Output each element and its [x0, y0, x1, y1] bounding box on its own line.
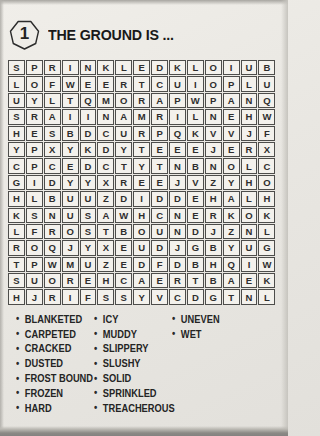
- word-label: SPRINKLED: [103, 388, 157, 399]
- grid-cell[interactable]: S: [8, 109, 25, 124]
- grid-cell[interactable]: D: [151, 60, 168, 75]
- grid-cell[interactable]: U: [26, 273, 43, 288]
- grid-cell[interactable]: E: [223, 109, 240, 124]
- grid-cell[interactable]: J: [205, 224, 222, 239]
- grid-cell[interactable]: D: [187, 224, 204, 239]
- photo-edge-left: [0, 0, 4, 436]
- word-item: •DUSTED: [16, 356, 93, 371]
- word-item: •SLUSHY: [94, 356, 175, 371]
- grid-cell[interactable]: O: [62, 224, 79, 239]
- grid-cell[interactable]: Y: [80, 240, 97, 255]
- grid-cell[interactable]: T: [115, 158, 132, 173]
- grid-cell[interactable]: W: [44, 257, 61, 272]
- grid-cell[interactable]: E: [115, 240, 132, 255]
- grid-cell[interactable]: S: [8, 60, 25, 75]
- grid-cell[interactable]: A: [223, 93, 240, 108]
- word-label: HARD: [25, 403, 52, 414]
- word-item: •WET: [172, 327, 220, 342]
- grid-cell[interactable]: L: [8, 76, 25, 91]
- grid-cell[interactable]: N: [241, 224, 258, 239]
- grid-cell[interactable]: U: [151, 224, 168, 239]
- grid-cell[interactable]: R: [44, 289, 61, 304]
- grid-cell[interactable]: R: [44, 224, 61, 239]
- grid-cell[interactable]: H: [205, 191, 222, 206]
- word-label: FROZEN: [25, 388, 63, 399]
- grid-cell[interactable]: N: [97, 109, 114, 124]
- grid-cell[interactable]: V: [187, 175, 204, 190]
- grid-cell[interactable]: F: [26, 224, 43, 239]
- grid-cell[interactable]: N: [205, 158, 222, 173]
- grid-cell[interactable]: R: [133, 93, 150, 108]
- grid-cell[interactable]: N: [241, 93, 258, 108]
- word-label: CARPETED: [25, 329, 76, 340]
- grid-cell[interactable]: P: [26, 257, 43, 272]
- grid-cell[interactable]: O: [205, 76, 222, 91]
- grid-cell[interactable]: Q: [223, 257, 240, 272]
- grid-cell[interactable]: S: [80, 224, 97, 239]
- grid-cell[interactable]: N: [241, 289, 258, 304]
- grid-cell[interactable]: L: [187, 60, 204, 75]
- grid-cell[interactable]: K: [80, 142, 97, 157]
- grid-cell[interactable]: N: [205, 109, 222, 124]
- grid-cell[interactable]: G: [258, 240, 275, 255]
- grid-cell[interactable]: D: [151, 191, 168, 206]
- grid-cell[interactable]: B: [205, 240, 222, 255]
- grid-cell[interactable]: I: [62, 60, 79, 75]
- word-item: •CRACKED: [16, 342, 93, 357]
- grid-cell[interactable]: D: [169, 191, 186, 206]
- grid-cell[interactable]: E: [62, 158, 79, 173]
- grid-cell[interactable]: O: [26, 240, 43, 255]
- grid-cell[interactable]: P: [151, 126, 168, 141]
- grid-cell[interactable]: W: [115, 208, 132, 223]
- word-label: SLIPPERY: [103, 343, 149, 354]
- grid-cell[interactable]: D: [44, 175, 61, 190]
- grid-cell[interactable]: N: [169, 224, 186, 239]
- grid-cell[interactable]: C: [169, 289, 186, 304]
- grid-cell[interactable]: J: [169, 175, 186, 190]
- grid-cell[interactable]: D: [97, 142, 114, 157]
- grid-cell[interactable]: R: [44, 60, 61, 75]
- grid-cell[interactable]: I: [223, 60, 240, 75]
- grid-cell[interactable]: C: [97, 126, 114, 141]
- grid-cell[interactable]: M: [62, 257, 79, 272]
- grid-cell[interactable]: N: [169, 158, 186, 173]
- grid-cell[interactable]: R: [241, 142, 258, 157]
- grid-cell[interactable]: P: [26, 142, 43, 157]
- grid-cell[interactable]: A: [97, 208, 114, 223]
- grid-cell[interactable]: A: [223, 273, 240, 288]
- grid-cell[interactable]: I: [241, 257, 258, 272]
- grid-cell[interactable]: A: [223, 191, 240, 206]
- grid-cell[interactable]: U: [241, 60, 258, 75]
- photo-edge-top: [0, 0, 288, 5]
- grid-cell[interactable]: L: [44, 93, 61, 108]
- grid-cell[interactable]: B: [187, 257, 204, 272]
- word-item: •FROST BOUND: [16, 371, 93, 386]
- grid-cell[interactable]: P: [169, 93, 186, 108]
- grid-cell[interactable]: Y: [80, 175, 97, 190]
- grid-cell[interactable]: A: [133, 273, 150, 288]
- grid-cell[interactable]: T: [187, 273, 204, 288]
- grid-cell[interactable]: D: [151, 240, 168, 255]
- grid-cell[interactable]: E: [26, 126, 43, 141]
- grid-cell[interactable]: I: [133, 191, 150, 206]
- grid-cell[interactable]: Y: [133, 289, 150, 304]
- grid-cell[interactable]: D: [80, 158, 97, 173]
- grid-cell[interactable]: T: [8, 257, 25, 272]
- grid-cell[interactable]: G: [205, 289, 222, 304]
- grid-cell[interactable]: J: [26, 289, 43, 304]
- grid-cell[interactable]: E: [169, 142, 186, 157]
- grid-cell[interactable]: D: [169, 257, 186, 272]
- grid-cell[interactable]: T: [97, 224, 114, 239]
- grid-cell[interactable]: E: [80, 273, 97, 288]
- grid-cell[interactable]: T: [133, 142, 150, 157]
- grid-cell[interactable]: H: [241, 175, 258, 190]
- grid-cell[interactable]: N: [169, 208, 186, 223]
- grid-cell[interactable]: G: [8, 175, 25, 190]
- grid-cell[interactable]: D: [115, 191, 132, 206]
- grid-cell[interactable]: U: [80, 191, 97, 206]
- grid-cell[interactable]: M: [133, 109, 150, 124]
- grid-cell[interactable]: H: [8, 191, 25, 206]
- grid-cell[interactable]: Y: [62, 142, 79, 157]
- grid-cell[interactable]: E: [151, 175, 168, 190]
- grid-cell[interactable]: Y: [8, 142, 25, 157]
- grid-cell[interactable]: V: [205, 126, 222, 141]
- word-grid: SPRINKLEDKLOIUBLOFWEERTCUIOPLUUYLTQMORAP…: [8, 60, 275, 305]
- word-item: •HARD: [16, 401, 93, 416]
- puzzle-number-badge: 1: [8, 18, 41, 51]
- grid-cell[interactable]: Z: [97, 191, 114, 206]
- puzzle-header: 1 THE GROUND IS ...: [8, 17, 180, 51]
- word-label: ICY: [103, 314, 119, 325]
- grid-cell[interactable]: R: [115, 76, 132, 91]
- grid-cell[interactable]: Q: [80, 93, 97, 108]
- word-label: SOLID: [103, 373, 131, 384]
- grid-cell[interactable]: C: [97, 158, 114, 173]
- word-item: •TREACHEROUS: [94, 401, 175, 416]
- grid-cell[interactable]: R: [26, 109, 43, 124]
- grid-cell[interactable]: E: [151, 273, 168, 288]
- bullet-icon: •: [172, 314, 175, 324]
- grid-cell[interactable]: Z: [205, 175, 222, 190]
- grid-cell[interactable]: K: [8, 208, 25, 223]
- word-list-column-2: •ICY•MUDDY•SLIPPERY•SLUSHY•SOLID•SPRINKL…: [94, 312, 181, 416]
- grid-cell[interactable]: F: [258, 126, 275, 141]
- grid-cell[interactable]: H: [8, 289, 25, 304]
- grid-cell[interactable]: E: [133, 175, 150, 190]
- grid-cell[interactable]: S: [115, 289, 132, 304]
- grid-cell[interactable]: K: [169, 60, 186, 75]
- grid-cell[interactable]: E: [133, 60, 150, 75]
- grid-cell[interactable]: T: [223, 289, 240, 304]
- word-list-column-3: •UNEVEN•WET: [172, 312, 223, 342]
- grid-cell[interactable]: U: [8, 93, 25, 108]
- word-item: •BLANKETED: [16, 312, 93, 327]
- grid-cell[interactable]: O: [223, 158, 240, 173]
- word-label: DUSTED: [25, 358, 63, 369]
- grid-cell[interactable]: S: [44, 126, 61, 141]
- grid-cell[interactable]: T: [151, 158, 168, 173]
- word-label: TREACHEROUS: [103, 403, 175, 414]
- word-label: FROST BOUND: [25, 373, 93, 384]
- grid-cell[interactable]: S: [8, 273, 25, 288]
- grid-cell[interactable]: E: [151, 142, 168, 157]
- grid-cell[interactable]: B: [115, 224, 132, 239]
- word-item: •SOLID: [94, 371, 175, 386]
- bullet-icon: •: [94, 329, 97, 339]
- grid-cell[interactable]: O: [26, 76, 43, 91]
- grid-cell[interactable]: P: [26, 60, 43, 75]
- word-item: •ICY: [94, 312, 175, 327]
- grid-cell[interactable]: E: [97, 76, 114, 91]
- grid-cell[interactable]: E: [115, 257, 132, 272]
- grid-cell[interactable]: Y: [62, 175, 79, 190]
- grid-cell[interactable]: Z: [223, 224, 240, 239]
- bullet-icon: •: [94, 403, 97, 413]
- bullet-icon: •: [16, 403, 19, 413]
- word-list-column-1: •BLANKETED•CARPETED•CRACKED•DUSTED•FROST…: [16, 312, 99, 416]
- grid-cell[interactable]: Y: [115, 142, 132, 157]
- grid-cell[interactable]: F: [80, 289, 97, 304]
- grid-cell[interactable]: Y: [133, 158, 150, 173]
- grid-cell[interactable]: L: [187, 109, 204, 124]
- grid-cell[interactable]: H: [241, 109, 258, 124]
- grid-cell[interactable]: I: [169, 109, 186, 124]
- grid-cell[interactable]: Z: [97, 257, 114, 272]
- grid-cell[interactable]: H: [8, 126, 25, 141]
- grid-cell[interactable]: U: [62, 208, 79, 223]
- grid-cell[interactable]: E: [187, 191, 204, 206]
- grid-cell[interactable]: I: [62, 109, 79, 124]
- grid-cell[interactable]: O: [115, 93, 132, 108]
- word-label: MUDDY: [103, 329, 137, 340]
- grid-cell[interactable]: J: [169, 240, 186, 255]
- grid-cell[interactable]: C: [258, 158, 275, 173]
- grid-cell[interactable]: B: [44, 191, 61, 206]
- grid-cell[interactable]: E: [223, 142, 240, 157]
- grid-cell[interactable]: A: [115, 109, 132, 124]
- grid-cell[interactable]: L: [258, 289, 275, 304]
- puzzle-title: THE GROUND IS ...: [48, 26, 174, 43]
- grid-cell[interactable]: R: [169, 273, 186, 288]
- grid-cell[interactable]: L: [26, 191, 43, 206]
- word-label: CRACKED: [25, 343, 72, 354]
- grid-cell[interactable]: B: [187, 158, 204, 173]
- grid-cell[interactable]: L: [241, 158, 258, 173]
- bullet-icon: •: [16, 329, 19, 339]
- grid-cell[interactable]: O: [258, 175, 275, 190]
- grid-cell[interactable]: R: [8, 240, 25, 255]
- grid-cell[interactable]: E: [241, 273, 258, 288]
- grid-cell[interactable]: R: [115, 175, 132, 190]
- grid-cell[interactable]: U: [133, 240, 150, 255]
- grid-cell[interactable]: U: [258, 76, 275, 91]
- grid-cell[interactable]: C: [8, 158, 25, 173]
- grid-cell[interactable]: B: [205, 273, 222, 288]
- grid-cell[interactable]: Q: [258, 93, 275, 108]
- grid-cell[interactable]: U: [80, 257, 97, 272]
- grid-cell[interactable]: A: [44, 109, 61, 124]
- grid-cell[interactable]: J: [241, 126, 258, 141]
- grid-cell[interactable]: N: [80, 60, 97, 75]
- grid-cell[interactable]: K: [258, 273, 275, 288]
- grid-cell[interactable]: E: [187, 142, 204, 157]
- bullet-icon: •: [94, 314, 97, 324]
- grid-cell[interactable]: K: [187, 126, 204, 141]
- bullet-icon: •: [16, 388, 19, 398]
- grid-cell[interactable]: X: [258, 142, 275, 157]
- grid-cell[interactable]: U: [62, 191, 79, 206]
- bullet-icon: •: [94, 388, 97, 398]
- grid-cell[interactable]: O: [44, 273, 61, 288]
- grid-cell[interactable]: I: [80, 109, 97, 124]
- bullet-icon: •: [16, 359, 19, 369]
- grid-cell[interactable]: L: [241, 76, 258, 91]
- bullet-icon: •: [94, 359, 97, 369]
- grid-cell[interactable]: B: [258, 60, 275, 75]
- grid-cell[interactable]: U: [115, 126, 132, 141]
- grid-cell[interactable]: L: [115, 60, 132, 75]
- grid-cell[interactable]: H: [258, 191, 275, 206]
- puzzle-number: 1: [8, 18, 41, 51]
- grid-cell[interactable]: O: [133, 224, 150, 239]
- grid-cell[interactable]: E: [80, 76, 97, 91]
- word-label: SLUSHY: [103, 358, 141, 369]
- bullet-icon: •: [94, 344, 97, 354]
- grid-cell[interactable]: R: [205, 208, 222, 223]
- grid-cell[interactable]: Y: [26, 93, 43, 108]
- grid-cell[interactable]: M: [97, 93, 114, 108]
- grid-cell[interactable]: B: [62, 126, 79, 141]
- grid-cell[interactable]: I: [62, 289, 79, 304]
- word-item: •UNEVEN: [172, 312, 220, 327]
- grid-cell[interactable]: Q: [44, 240, 61, 255]
- grid-cell[interactable]: Y: [223, 175, 240, 190]
- grid-cell[interactable]: S: [97, 289, 114, 304]
- grid-cell[interactable]: I: [26, 175, 43, 190]
- grid-cell[interactable]: P: [205, 93, 222, 108]
- grid-cell[interactable]: G: [187, 240, 204, 255]
- bullet-icon: •: [16, 374, 19, 384]
- grid-cell[interactable]: H: [133, 208, 150, 223]
- bullet-icon: •: [172, 329, 175, 339]
- grid-cell[interactable]: W: [258, 257, 275, 272]
- grid-cell[interactable]: N: [44, 208, 61, 223]
- grid-cell[interactable]: S: [80, 208, 97, 223]
- grid-cell[interactable]: O: [205, 60, 222, 75]
- grid-cell[interactable]: O: [241, 208, 258, 223]
- grid-cell[interactable]: K: [97, 60, 114, 75]
- grid-cell[interactable]: R: [151, 109, 168, 124]
- grid-cell[interactable]: L: [258, 224, 275, 239]
- word-item: •SLIPPERY: [94, 342, 175, 357]
- word-item: •CARPETED: [16, 327, 93, 342]
- grid-cell[interactable]: H: [205, 257, 222, 272]
- grid-cell[interactable]: J: [62, 240, 79, 255]
- grid-cell[interactable]: H: [97, 273, 114, 288]
- grid-cell[interactable]: X: [97, 175, 114, 190]
- grid-cell[interactable]: A: [151, 93, 168, 108]
- photo-edge-right: [281, 0, 288, 436]
- bullet-icon: •: [94, 374, 97, 384]
- grid-cell[interactable]: L: [8, 224, 25, 239]
- grid-cell[interactable]: D: [80, 126, 97, 141]
- grid-cell[interactable]: I: [187, 76, 204, 91]
- grid-cell[interactable]: W: [258, 109, 275, 124]
- grid-cell[interactable]: F: [151, 257, 168, 272]
- word-item: •SPRINKLED: [94, 386, 175, 401]
- grid-cell[interactable]: D: [133, 257, 150, 272]
- bullet-icon: •: [16, 314, 19, 324]
- grid-cell[interactable]: Q: [169, 126, 186, 141]
- grid-cell[interactable]: R: [62, 273, 79, 288]
- grid-cell[interactable]: V: [223, 126, 240, 141]
- bullet-icon: •: [16, 344, 19, 354]
- grid-cell[interactable]: W: [187, 93, 204, 108]
- grid-cell[interactable]: V: [151, 289, 168, 304]
- grid-cell[interactable]: U: [169, 76, 186, 91]
- grid-cell[interactable]: X: [97, 240, 114, 255]
- word-item: •FROZEN: [16, 386, 93, 401]
- grid-cell[interactable]: Y: [223, 240, 240, 255]
- grid-cell[interactable]: R: [133, 126, 150, 141]
- grid-cell[interactable]: C: [151, 76, 168, 91]
- word-item: •MUDDY: [94, 327, 175, 342]
- grid-cell[interactable]: T: [62, 93, 79, 108]
- grid-cell[interactable]: D: [187, 289, 204, 304]
- grid-cell[interactable]: X: [44, 142, 61, 157]
- grid-cell[interactable]: W: [62, 76, 79, 91]
- photo-edge-bottom: [0, 426, 288, 436]
- grid-cell[interactable]: P: [223, 76, 240, 91]
- word-label: WET: [181, 329, 202, 340]
- grid-cell[interactable]: P: [26, 158, 43, 173]
- grid-cell[interactable]: U: [241, 240, 258, 255]
- grid-cell[interactable]: K: [223, 208, 240, 223]
- grid-cell[interactable]: C: [151, 208, 168, 223]
- grid-cell[interactable]: F: [44, 76, 61, 91]
- grid-cell[interactable]: L: [241, 191, 258, 206]
- grid-cell[interactable]: C: [44, 158, 61, 173]
- grid-cell[interactable]: J: [205, 142, 222, 157]
- word-label: UNEVEN: [181, 314, 220, 325]
- grid-cell[interactable]: K: [258, 208, 275, 223]
- grid-cell[interactable]: S: [26, 208, 43, 223]
- grid-cell[interactable]: T: [133, 76, 150, 91]
- word-label: BLANKETED: [25, 314, 82, 325]
- grid-cell[interactable]: C: [115, 273, 132, 288]
- grid-cell[interactable]: E: [187, 208, 204, 223]
